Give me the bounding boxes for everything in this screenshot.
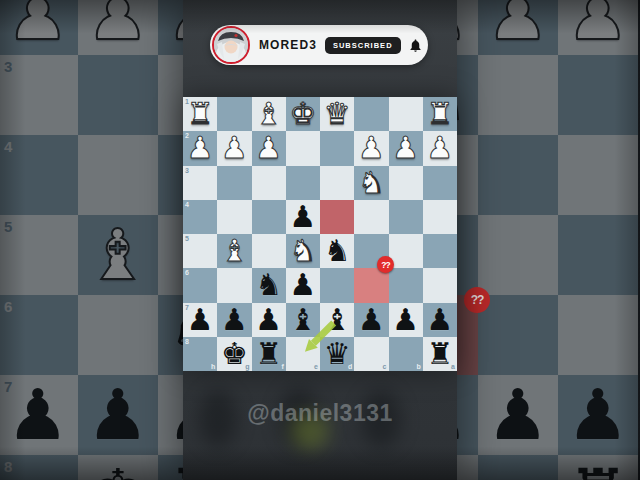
square-f8[interactable]: f♜ <box>252 337 286 371</box>
square-g5[interactable]: ♝ <box>217 234 251 268</box>
square-e7[interactable]: ♝ <box>286 303 320 337</box>
square-a7[interactable]: ♟ <box>423 303 457 337</box>
square-e5[interactable]: ♞ <box>286 234 320 268</box>
chessboard: 1♜♝♚♛♜2♟♟♟♟♟♟3♞4♟5♝♞♞6♞♟7♟♟♟♝♝♟♟♟8hg♚f♜e… <box>183 97 457 371</box>
black-pawn-a7[interactable]: ♟ <box>423 303 457 337</box>
white-bishop-g5[interactable]: ♝ <box>217 234 251 268</box>
square-g3[interactable] <box>217 166 251 200</box>
square-g2[interactable]: ♟ <box>217 131 251 165</box>
square-b1[interactable] <box>389 97 423 131</box>
black-bishop-d7[interactable]: ♝ <box>320 303 354 337</box>
blunder-badge-background: ?? <box>464 287 490 313</box>
video-frame: 1♜♝♚♛♜2♟♟♟♟♟♟3♞4♟5♝♞♞6♞♟7♟♟♟♝♝♟♟♟8♚♜♛♜ ?… <box>0 0 640 480</box>
subscribed-badge[interactable]: SUBSCRIBED <box>325 37 401 54</box>
square-g4[interactable] <box>217 200 251 234</box>
black-rook-a8[interactable]: ♜ <box>423 337 457 371</box>
white-king-e1[interactable]: ♚ <box>286 97 320 131</box>
avatar-art <box>214 28 248 62</box>
square-d7[interactable]: ♝ <box>320 303 354 337</box>
square-h1[interactable]: 1♜ <box>183 97 217 131</box>
rank-label-3: 3 <box>185 167 189 174</box>
chessboard-grid: 1♜♝♚♛♜2♟♟♟♟♟♟3♞4♟5♝♞♞6♞♟7♟♟♟♝♝♟♟♟8hg♚f♜e… <box>183 97 457 371</box>
black-pawn-e6[interactable]: ♟ <box>286 268 320 302</box>
white-knight-e5[interactable]: ♞ <box>286 234 320 268</box>
square-e6[interactable]: ♟ <box>286 268 320 302</box>
white-queen-d1[interactable]: ♛ <box>320 97 354 131</box>
square-d1[interactable]: ♛ <box>320 97 354 131</box>
black-knight-f6[interactable]: ♞ <box>252 268 286 302</box>
square-c6[interactable] <box>354 268 388 302</box>
square-a4[interactable] <box>423 200 457 234</box>
square-g1[interactable] <box>217 97 251 131</box>
square-a5[interactable] <box>423 234 457 268</box>
rank-label-8: 8 <box>185 338 189 345</box>
square-a3[interactable] <box>423 166 457 200</box>
square-e2[interactable] <box>286 131 320 165</box>
square-e4[interactable]: ♟ <box>286 200 320 234</box>
video-column: 1♜♝♚♛♜2♟♟♟♟♟♟3♞4♟5♝♞♞6♞♟7♟♟♟♝♝♟♟♟8hg♚f♜e… <box>183 0 457 480</box>
file-label-c: c <box>383 363 387 370</box>
square-b8[interactable]: b <box>389 337 423 371</box>
white-pawn-f2[interactable]: ♟ <box>252 131 286 165</box>
white-rook-a1[interactable]: ♜ <box>423 97 457 131</box>
white-rook-h1[interactable]: ♜ <box>183 97 217 131</box>
square-h6[interactable]: 6 <box>183 268 217 302</box>
square-c4[interactable] <box>354 200 388 234</box>
file-label-b: b <box>416 363 420 370</box>
square-g6[interactable] <box>217 268 251 302</box>
white-pawn-c2[interactable]: ♟ <box>354 131 388 165</box>
square-b6[interactable] <box>389 268 423 302</box>
white-pawn-g2[interactable]: ♟ <box>217 131 251 165</box>
white-pawn-h2[interactable]: ♟ <box>183 131 217 165</box>
black-pawn-b7[interactable]: ♟ <box>389 303 423 337</box>
square-h3[interactable]: 3 <box>183 166 217 200</box>
black-pawn-e4[interactable]: ♟ <box>286 200 320 234</box>
square-h2[interactable]: 2♟ <box>183 131 217 165</box>
black-pawn-h7[interactable]: ♟ <box>183 303 217 337</box>
watermark-text: @daniel3131 <box>183 400 457 427</box>
white-pawn-b2[interactable]: ♟ <box>389 131 423 165</box>
rank-label-4: 4 <box>185 201 189 208</box>
file-label-e: e <box>314 363 318 370</box>
square-a2[interactable]: ♟ <box>423 131 457 165</box>
file-label-h: h <box>211 363 215 370</box>
square-e3[interactable] <box>286 166 320 200</box>
square-d3[interactable] <box>320 166 354 200</box>
square-c1[interactable] <box>354 97 388 131</box>
square-d5[interactable]: ♞ <box>320 234 354 268</box>
square-b7[interactable]: ♟ <box>389 303 423 337</box>
square-a8[interactable]: a♜ <box>423 337 457 371</box>
black-pawn-c7[interactable]: ♟ <box>354 303 388 337</box>
square-b3[interactable] <box>389 166 423 200</box>
square-h4[interactable]: 4 <box>183 200 217 234</box>
black-king-g8[interactable]: ♚ <box>217 337 251 371</box>
bell-icon[interactable] <box>408 38 423 53</box>
square-c7[interactable]: ♟ <box>354 303 388 337</box>
square-g7[interactable]: ♟ <box>217 303 251 337</box>
square-f3[interactable] <box>252 166 286 200</box>
square-c8[interactable]: c <box>354 337 388 371</box>
blunder-badge: ?? <box>377 256 394 273</box>
subscribe-banner[interactable]: MORED3 SUBSCRIBED <box>210 25 428 65</box>
square-h8[interactable]: 8h <box>183 337 217 371</box>
square-h7[interactable]: 7♟ <box>183 303 217 337</box>
square-a6[interactable] <box>423 268 457 302</box>
square-d2[interactable] <box>320 131 354 165</box>
square-d4[interactable] <box>320 200 354 234</box>
square-h5[interactable]: 5 <box>183 234 217 268</box>
black-bishop-e7[interactable]: ♝ <box>286 303 320 337</box>
square-f4[interactable] <box>252 200 286 234</box>
white-bishop-f1[interactable]: ♝ <box>252 97 286 131</box>
square-a1[interactable]: ♜ <box>423 97 457 131</box>
white-knight-c3[interactable]: ♞ <box>354 166 388 200</box>
square-f7[interactable]: ♟ <box>252 303 286 337</box>
square-f2[interactable]: ♟ <box>252 131 286 165</box>
square-e1[interactable]: ♚ <box>286 97 320 131</box>
square-b4[interactable] <box>389 200 423 234</box>
black-knight-d5[interactable]: ♞ <box>320 234 354 268</box>
square-b2[interactable]: ♟ <box>389 131 423 165</box>
black-rook-f8[interactable]: ♜ <box>252 337 286 371</box>
rank-label-6: 6 <box>185 269 189 276</box>
rank-label-5: 5 <box>185 235 189 242</box>
black-pawn-g7[interactable]: ♟ <box>217 303 251 337</box>
white-pawn-a2[interactable]: ♟ <box>423 131 457 165</box>
square-f1[interactable]: ♝ <box>252 97 286 131</box>
black-pawn-f7[interactable]: ♟ <box>252 303 286 337</box>
square-e8[interactable]: e <box>286 337 320 371</box>
square-f6[interactable]: ♞ <box>252 268 286 302</box>
square-f5[interactable] <box>252 234 286 268</box>
channel-avatar[interactable] <box>212 26 250 64</box>
square-c3[interactable]: ♞ <box>354 166 388 200</box>
square-d6[interactable] <box>320 268 354 302</box>
channel-name: MORED3 <box>259 38 317 52</box>
square-d8[interactable]: d♛ <box>320 337 354 371</box>
black-queen-d8[interactable]: ♛ <box>320 337 354 371</box>
square-g8[interactable]: g♚ <box>217 337 251 371</box>
square-c2[interactable]: ♟ <box>354 131 388 165</box>
